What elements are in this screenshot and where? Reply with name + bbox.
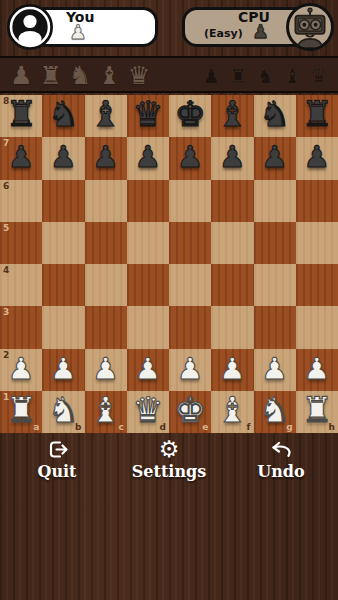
- chess-board: 8♜♞♝♛♚♝♞♜7♟♟♟♟♟♟♟♟65432♟♟♟♟♟♟♟♟1a♜b♞c♝d♛…: [0, 95, 338, 433]
- square-h4[interactable]: [296, 264, 338, 306]
- square-a8[interactable]: 8♜: [0, 95, 42, 137]
- quit-label: Quit: [37, 462, 76, 481]
- undo-arrow-icon: [269, 437, 293, 461]
- square-h1[interactable]: h♜: [296, 391, 338, 433]
- white-pawn-f2: ♟: [211, 354, 253, 384]
- black-king-e8: ♚: [169, 98, 211, 133]
- square-b1[interactable]: b♞: [42, 391, 84, 433]
- square-g2[interactable]: ♟: [254, 349, 296, 391]
- ghost-black-knight-icon: ♞: [256, 63, 274, 89]
- square-b4[interactable]: [42, 264, 84, 306]
- square-f4[interactable]: [211, 264, 253, 306]
- square-a2[interactable]: 2♟: [0, 349, 42, 391]
- square-d8[interactable]: ♛: [127, 95, 169, 137]
- ghost-white-rook-icon: ♜: [39, 61, 61, 91]
- capture-tray: ♟♜♞♝♛ ♟♜♞♝♛: [0, 56, 338, 93]
- square-c7[interactable]: ♟: [85, 137, 127, 179]
- rank-label-7: 7: [3, 138, 9, 148]
- settings-button[interactable]: ⚙ Settings: [125, 437, 213, 481]
- square-b8[interactable]: ♞: [42, 95, 84, 137]
- black-queen-d8: ♛: [127, 98, 169, 133]
- person-icon: [9, 6, 51, 48]
- square-b2[interactable]: ♟: [42, 349, 84, 391]
- square-d2[interactable]: ♟: [127, 349, 169, 391]
- rank-label-1: 1: [3, 392, 9, 402]
- undo-button[interactable]: Undo: [237, 437, 325, 481]
- black-pawn-b7: ♟: [42, 142, 84, 172]
- square-g8[interactable]: ♞: [254, 95, 296, 137]
- file-label-h: h: [329, 422, 335, 432]
- square-c8[interactable]: ♝: [85, 95, 127, 137]
- black-pawn-e7: ♟: [169, 142, 211, 172]
- file-label-b: b: [75, 422, 81, 432]
- rank-label-6: 6: [3, 181, 9, 191]
- square-f5[interactable]: [211, 222, 253, 264]
- square-a6[interactable]: 6: [0, 180, 42, 222]
- rank-label-5: 5: [3, 223, 9, 233]
- black-pawn-f7: ♟: [211, 142, 253, 172]
- ghost-white-queen-icon: ♛: [128, 61, 150, 91]
- square-h5[interactable]: [296, 222, 338, 264]
- cpu-difficulty-label: (Easy): [204, 27, 243, 40]
- square-d1[interactable]: d♛: [127, 391, 169, 433]
- square-e6[interactable]: [169, 180, 211, 222]
- square-a1[interactable]: 1a♜: [0, 391, 42, 433]
- square-a7[interactable]: 7♟: [0, 137, 42, 179]
- bottom-toolbar: Quit ⚙ Settings Undo: [0, 437, 338, 481]
- square-a5[interactable]: 5: [0, 222, 42, 264]
- undo-label: Undo: [257, 462, 304, 481]
- black-pawn-icon: ♟: [252, 20, 269, 42]
- ghost-black-rook-icon: ♜: [229, 63, 247, 89]
- white-pawn-b2: ♟: [42, 354, 84, 384]
- square-f7[interactable]: ♟: [211, 137, 253, 179]
- square-e5[interactable]: [169, 222, 211, 264]
- square-g4[interactable]: [254, 264, 296, 306]
- square-e8[interactable]: ♚: [169, 95, 211, 137]
- rank-label-3: 3: [3, 307, 9, 317]
- robot-icon: [289, 6, 331, 48]
- white-pawn-h2: ♟: [296, 354, 338, 384]
- black-bishop-c8: ♝: [85, 98, 127, 133]
- square-f8[interactable]: ♝: [211, 95, 253, 137]
- square-h8[interactable]: ♜: [296, 95, 338, 137]
- quit-button[interactable]: Quit: [13, 437, 101, 481]
- black-pawn-g7: ♟: [254, 142, 296, 172]
- square-f6[interactable]: [211, 180, 253, 222]
- square-d6[interactable]: [127, 180, 169, 222]
- black-rook-h8: ♜: [296, 98, 338, 133]
- square-g5[interactable]: [254, 222, 296, 264]
- square-a4[interactable]: 4: [0, 264, 42, 306]
- square-g3[interactable]: [254, 306, 296, 348]
- square-h3[interactable]: [296, 306, 338, 348]
- robot-avatar-icon: [286, 3, 334, 51]
- square-d4[interactable]: [127, 264, 169, 306]
- square-h6[interactable]: [296, 180, 338, 222]
- gear-icon: ⚙: [159, 437, 180, 461]
- square-c1[interactable]: c♝: [85, 391, 127, 433]
- square-f2[interactable]: ♟: [211, 349, 253, 391]
- square-g7[interactable]: ♟: [254, 137, 296, 179]
- square-f3[interactable]: [211, 306, 253, 348]
- black-knight-g8: ♞: [254, 98, 296, 133]
- square-c5[interactable]: [85, 222, 127, 264]
- square-g1[interactable]: g♞: [254, 391, 296, 433]
- black-knight-b8: ♞: [42, 98, 84, 133]
- rank-label-8: 8: [3, 96, 9, 106]
- user-avatar-icon: [7, 4, 53, 50]
- file-label-d: d: [160, 422, 166, 432]
- square-a3[interactable]: 3: [0, 306, 42, 348]
- square-h2[interactable]: ♟: [296, 349, 338, 391]
- ghost-white-pawn-icon: ♟: [10, 61, 32, 91]
- square-c3[interactable]: [85, 306, 127, 348]
- white-captured-tray: ♟♜♞♝♛: [10, 61, 150, 91]
- file-label-a: a: [33, 422, 39, 432]
- square-b7[interactable]: ♟: [42, 137, 84, 179]
- chess-app-screen: You ♟ CPU (Easy) ♟ ♟♜♞♝♛ ♟♜♞♝♛ 8♜♞♝♛♚♝♞♜…: [0, 0, 338, 600]
- white-pawn-e2: ♟: [169, 354, 211, 384]
- rank-label-2: 2: [3, 350, 9, 360]
- square-d5[interactable]: [127, 222, 169, 264]
- ghost-white-bishop-icon: ♝: [98, 61, 120, 91]
- file-label-f: f: [247, 422, 251, 432]
- black-pawn-c7: ♟: [85, 142, 127, 172]
- square-h7[interactable]: ♟: [296, 137, 338, 179]
- square-d7[interactable]: ♟: [127, 137, 169, 179]
- square-f1[interactable]: f♝: [211, 391, 253, 433]
- black-captured-tray: ♟♜♞♝♛: [202, 63, 328, 91]
- square-c6[interactable]: [85, 180, 127, 222]
- ghost-black-bishop-icon: ♝: [283, 63, 301, 89]
- settings-label: Settings: [132, 462, 206, 481]
- black-pawn-d7: ♟: [127, 142, 169, 172]
- square-e3[interactable]: [169, 306, 211, 348]
- file-label-c: c: [118, 422, 123, 432]
- white-pawn-d2: ♟: [127, 354, 169, 384]
- square-e2[interactable]: ♟: [169, 349, 211, 391]
- file-label-g: g: [286, 422, 292, 432]
- black-pawn-h7: ♟: [296, 142, 338, 172]
- square-b3[interactable]: [42, 306, 84, 348]
- rank-label-4: 4: [3, 265, 9, 275]
- square-e4[interactable]: [169, 264, 211, 306]
- white-pawn-g2: ♟: [254, 354, 296, 384]
- white-pawn-c2: ♟: [85, 354, 127, 384]
- square-b5[interactable]: [42, 222, 84, 264]
- square-b6[interactable]: [42, 180, 84, 222]
- ghost-black-queen-icon: ♛: [310, 63, 328, 89]
- black-bishop-f8: ♝: [211, 98, 253, 133]
- file-label-e: e: [202, 422, 208, 432]
- white-pawn-icon: ♟: [69, 21, 87, 43]
- ghost-white-knight-icon: ♞: [69, 61, 91, 91]
- square-e7[interactable]: ♟: [169, 137, 211, 179]
- square-c2[interactable]: ♟: [85, 349, 127, 391]
- square-g6[interactable]: [254, 180, 296, 222]
- square-c4[interactable]: [85, 264, 127, 306]
- square-d3[interactable]: [127, 306, 169, 348]
- quit-exit-icon: [46, 437, 69, 461]
- square-e1[interactable]: e♚: [169, 391, 211, 433]
- ghost-black-pawn-icon: ♟: [202, 63, 220, 89]
